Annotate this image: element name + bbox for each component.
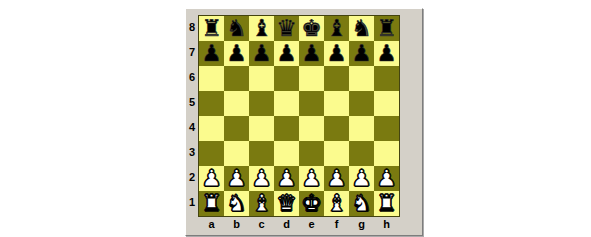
square-f3[interactable]: [324, 141, 349, 166]
square-c8[interactable]: ♝: [249, 16, 274, 41]
square-d8[interactable]: ♛: [274, 16, 299, 41]
file-label-c: c: [249, 216, 274, 232]
square-e2[interactable]: ♟: [299, 166, 324, 191]
square-b4[interactable]: [224, 116, 249, 141]
square-c4[interactable]: [249, 116, 274, 141]
square-f5[interactable]: [324, 91, 349, 116]
piece-black-knight[interactable]: ♞: [351, 16, 372, 41]
square-d7[interactable]: ♟: [274, 41, 299, 66]
square-g8[interactable]: ♞: [349, 16, 374, 41]
square-b6[interactable]: [224, 66, 249, 91]
square-c6[interactable]: [249, 66, 274, 91]
piece-white-pawn[interactable]: ♟: [376, 166, 397, 191]
square-b7[interactable]: ♟: [224, 41, 249, 66]
file-label-g: g: [349, 216, 374, 232]
square-c7[interactable]: ♟: [249, 41, 274, 66]
file-label-f: f: [324, 216, 349, 232]
square-g6[interactable]: [349, 66, 374, 91]
square-e8[interactable]: ♚: [299, 16, 324, 41]
square-b2[interactable]: ♟: [224, 166, 249, 191]
rank-label-8: 8: [186, 15, 198, 40]
file-label-b: b: [224, 216, 249, 232]
piece-black-queen[interactable]: ♛: [276, 16, 297, 41]
piece-black-pawn[interactable]: ♟: [326, 41, 347, 66]
square-g4[interactable]: [349, 116, 374, 141]
square-e4[interactable]: [299, 116, 324, 141]
square-g5[interactable]: [349, 91, 374, 116]
piece-black-rook[interactable]: ♜: [201, 16, 222, 41]
square-b3[interactable]: [224, 141, 249, 166]
piece-white-pawn[interactable]: ♟: [326, 166, 347, 191]
square-g7[interactable]: ♟: [349, 41, 374, 66]
square-d4[interactable]: [274, 116, 299, 141]
piece-white-pawn[interactable]: ♟: [301, 166, 322, 191]
square-a8[interactable]: ♜: [199, 16, 224, 41]
piece-black-king[interactable]: ♚: [301, 16, 322, 41]
file-labels: abcdefgh: [199, 216, 399, 232]
square-f2[interactable]: ♟: [324, 166, 349, 191]
square-d3[interactable]: [274, 141, 299, 166]
square-h4[interactable]: [374, 116, 399, 141]
square-d1[interactable]: ♛: [274, 191, 299, 216]
square-a5[interactable]: [199, 91, 224, 116]
square-h8[interactable]: ♜: [374, 16, 399, 41]
rank-label-3: 3: [186, 140, 198, 165]
piece-white-queen[interactable]: ♛: [276, 191, 297, 216]
file-label-e: e: [299, 216, 324, 232]
piece-white-knight[interactable]: ♞: [226, 191, 247, 216]
square-e6[interactable]: [299, 66, 324, 91]
square-h7[interactable]: ♟: [374, 41, 399, 66]
square-b8[interactable]: ♞: [224, 16, 249, 41]
piece-white-knight[interactable]: ♞: [351, 191, 372, 216]
square-a6[interactable]: [199, 66, 224, 91]
chess-board[interactable]: ♜♞♝♛♚♝♞♜♟♟♟♟♟♟♟♟♟♟♟♟♟♟♟♟♜♞♝♛♚♝♞♜: [198, 15, 400, 217]
square-h2[interactable]: ♟: [374, 166, 399, 191]
square-a1[interactable]: ♜: [199, 191, 224, 216]
piece-white-pawn[interactable]: ♟: [251, 166, 272, 191]
square-b5[interactable]: [224, 91, 249, 116]
file-label-d: d: [274, 216, 299, 232]
rank-label-7: 7: [186, 40, 198, 65]
rank-label-6: 6: [186, 65, 198, 90]
piece-black-pawn[interactable]: ♟: [376, 41, 397, 66]
piece-black-pawn[interactable]: ♟: [301, 41, 322, 66]
piece-white-king[interactable]: ♚: [301, 191, 322, 216]
square-d2[interactable]: ♟: [274, 166, 299, 191]
piece-black-bishop[interactable]: ♝: [251, 16, 272, 41]
square-a3[interactable]: [199, 141, 224, 166]
piece-black-pawn[interactable]: ♟: [201, 41, 222, 66]
square-a2[interactable]: ♟: [199, 166, 224, 191]
square-e3[interactable]: [299, 141, 324, 166]
square-e7[interactable]: ♟: [299, 41, 324, 66]
piece-white-bishop[interactable]: ♝: [326, 191, 347, 216]
rank-label-1: 1: [186, 190, 198, 215]
square-f7[interactable]: ♟: [324, 41, 349, 66]
square-e5[interactable]: [299, 91, 324, 116]
square-h3[interactable]: [374, 141, 399, 166]
square-g2[interactable]: ♟: [349, 166, 374, 191]
piece-black-pawn[interactable]: ♟: [226, 41, 247, 66]
piece-white-pawn[interactable]: ♟: [226, 166, 247, 191]
piece-black-pawn[interactable]: ♟: [251, 41, 272, 66]
square-c2[interactable]: ♟: [249, 166, 274, 191]
square-b1[interactable]: ♞: [224, 191, 249, 216]
piece-white-rook[interactable]: ♜: [201, 191, 222, 216]
file-label-a: a: [199, 216, 224, 232]
square-c3[interactable]: [249, 141, 274, 166]
square-d5[interactable]: [274, 91, 299, 116]
square-e1[interactable]: ♚: [299, 191, 324, 216]
square-f4[interactable]: [324, 116, 349, 141]
file-label-h: h: [374, 216, 399, 232]
square-g3[interactable]: [349, 141, 374, 166]
rank-label-5: 5: [186, 90, 198, 115]
piece-black-knight[interactable]: ♞: [226, 16, 247, 41]
piece-black-bishop[interactable]: ♝: [326, 16, 347, 41]
square-f6[interactable]: [324, 66, 349, 91]
square-d6[interactable]: [274, 66, 299, 91]
rank-label-4: 4: [186, 115, 198, 140]
square-f1[interactable]: ♝: [324, 191, 349, 216]
piece-white-pawn[interactable]: ♟: [276, 166, 297, 191]
piece-black-rook[interactable]: ♜: [376, 16, 397, 41]
piece-black-pawn[interactable]: ♟: [351, 41, 372, 66]
page-background: 87654321 ♜♞♝♛♚♝♞♜♟♟♟♟♟♟♟♟♟♟♟♟♟♟♟♟♜♞♝♛♚♝♞…: [0, 0, 591, 237]
square-f8[interactable]: ♝: [324, 16, 349, 41]
square-h1[interactable]: ♜: [374, 191, 399, 216]
square-a4[interactable]: [199, 116, 224, 141]
piece-white-bishop[interactable]: ♝: [251, 191, 272, 216]
square-c5[interactable]: [249, 91, 274, 116]
piece-white-rook[interactable]: ♜: [376, 191, 397, 216]
square-h6[interactable]: [374, 66, 399, 91]
rank-labels: 87654321: [186, 15, 198, 215]
rank-label-2: 2: [186, 165, 198, 190]
square-g1[interactable]: ♞: [349, 191, 374, 216]
piece-white-pawn[interactable]: ♟: [201, 166, 222, 191]
square-c1[interactable]: ♝: [249, 191, 274, 216]
square-h5[interactable]: [374, 91, 399, 116]
square-a7[interactable]: ♟: [199, 41, 224, 66]
piece-black-pawn[interactable]: ♟: [276, 41, 297, 66]
piece-white-pawn[interactable]: ♟: [351, 166, 372, 191]
